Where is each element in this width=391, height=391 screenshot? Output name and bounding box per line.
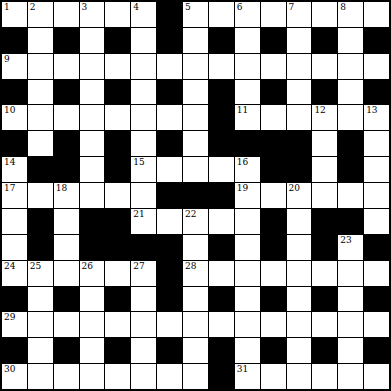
white-cell[interactable]: 8 xyxy=(338,2,363,27)
black-cell xyxy=(54,157,79,182)
white-cell[interactable] xyxy=(131,364,156,389)
black-cell xyxy=(54,338,79,363)
white-cell[interactable] xyxy=(105,105,130,130)
white-cell[interactable] xyxy=(2,209,27,234)
white-cell[interactable] xyxy=(312,183,337,208)
white-cell[interactable] xyxy=(287,235,312,260)
clue-number: 30 xyxy=(4,364,15,374)
white-cell[interactable] xyxy=(312,312,337,337)
white-cell[interactable]: 17 xyxy=(2,183,27,208)
black-cell xyxy=(312,80,337,105)
white-cell[interactable] xyxy=(54,209,79,234)
white-cell[interactable]: 21 xyxy=(131,209,156,234)
white-cell[interactable] xyxy=(131,54,156,79)
white-cell[interactable] xyxy=(235,209,260,234)
clue-number: 8 xyxy=(340,2,346,12)
white-cell[interactable] xyxy=(183,287,208,312)
white-cell[interactable] xyxy=(80,312,105,337)
white-cell[interactable]: 24 xyxy=(2,261,27,286)
clue-number: 13 xyxy=(366,105,377,115)
white-cell[interactable] xyxy=(364,364,389,389)
black-cell xyxy=(105,131,130,156)
clue-number: 29 xyxy=(4,312,15,322)
white-cell[interactable] xyxy=(131,105,156,130)
clue-number: 23 xyxy=(340,235,351,245)
crossword-board: 1234567891011121314151617181920212223242… xyxy=(0,0,391,391)
black-cell xyxy=(209,338,234,363)
white-cell[interactable] xyxy=(157,364,182,389)
white-cell[interactable] xyxy=(54,105,79,130)
black-cell xyxy=(261,209,286,234)
white-cell[interactable] xyxy=(235,235,260,260)
white-cell[interactable] xyxy=(28,312,53,337)
clue-number: 9 xyxy=(4,54,10,64)
black-cell xyxy=(338,131,363,156)
white-cell[interactable] xyxy=(80,28,105,53)
white-cell[interactable] xyxy=(364,261,389,286)
black-cell xyxy=(54,28,79,53)
white-cell[interactable] xyxy=(105,364,130,389)
white-cell[interactable] xyxy=(312,54,337,79)
black-cell xyxy=(157,338,182,363)
black-cell xyxy=(312,287,337,312)
white-cell[interactable] xyxy=(235,287,260,312)
white-cell[interactable] xyxy=(287,338,312,363)
white-cell[interactable] xyxy=(235,338,260,363)
black-cell xyxy=(209,80,234,105)
black-cell xyxy=(157,2,182,27)
white-cell[interactable] xyxy=(287,287,312,312)
black-cell xyxy=(261,235,286,260)
black-cell xyxy=(261,157,286,182)
clue-number: 3 xyxy=(82,2,88,12)
black-cell xyxy=(209,105,234,130)
black-cell xyxy=(261,338,286,363)
black-cell xyxy=(261,287,286,312)
black-cell xyxy=(28,209,53,234)
black-cell xyxy=(2,338,27,363)
black-cell xyxy=(54,287,79,312)
white-cell[interactable] xyxy=(183,157,208,182)
white-cell[interactable]: 30 xyxy=(2,364,27,389)
white-cell[interactable] xyxy=(312,157,337,182)
white-cell[interactable] xyxy=(28,54,53,79)
clue-number: 7 xyxy=(289,2,295,12)
white-cell[interactable] xyxy=(183,28,208,53)
white-cell[interactable] xyxy=(338,338,363,363)
black-cell xyxy=(364,338,389,363)
white-cell[interactable] xyxy=(261,364,286,389)
black-cell xyxy=(105,209,130,234)
white-cell[interactable] xyxy=(338,312,363,337)
white-cell[interactable] xyxy=(131,80,156,105)
white-cell[interactable] xyxy=(261,105,286,130)
white-cell[interactable] xyxy=(54,2,79,27)
white-cell[interactable] xyxy=(131,183,156,208)
black-cell xyxy=(105,338,130,363)
white-cell[interactable] xyxy=(338,183,363,208)
white-cell[interactable]: 14 xyxy=(2,157,27,182)
black-cell xyxy=(157,183,182,208)
black-cell xyxy=(157,287,182,312)
black-cell xyxy=(28,235,53,260)
white-cell[interactable] xyxy=(209,157,234,182)
white-cell[interactable] xyxy=(287,80,312,105)
clue-number: 18 xyxy=(56,183,67,193)
clue-number: 15 xyxy=(133,157,144,167)
black-cell xyxy=(261,131,286,156)
white-cell[interactable] xyxy=(28,364,53,389)
black-cell xyxy=(2,80,27,105)
white-cell[interactable] xyxy=(105,261,130,286)
white-cell[interactable]: 25 xyxy=(28,261,53,286)
black-cell xyxy=(235,131,260,156)
white-cell[interactable]: 26 xyxy=(80,261,105,286)
clue-number: 1 xyxy=(4,2,10,12)
white-cell[interactable] xyxy=(312,261,337,286)
white-cell[interactable] xyxy=(80,338,105,363)
white-cell[interactable]: 15 xyxy=(131,157,156,182)
white-cell[interactable] xyxy=(54,261,79,286)
white-cell[interactable] xyxy=(80,287,105,312)
white-cell[interactable]: 28 xyxy=(183,261,208,286)
white-cell[interactable] xyxy=(364,131,389,156)
white-cell[interactable]: 4 xyxy=(131,2,156,27)
white-cell[interactable]: 12 xyxy=(312,105,337,130)
black-cell xyxy=(209,287,234,312)
black-cell xyxy=(312,209,337,234)
white-cell[interactable] xyxy=(157,312,182,337)
black-cell xyxy=(338,157,363,182)
white-cell[interactable] xyxy=(312,2,337,27)
black-cell xyxy=(105,28,130,53)
white-cell[interactable] xyxy=(287,312,312,337)
white-cell[interactable] xyxy=(312,364,337,389)
white-cell[interactable] xyxy=(338,105,363,130)
clue-number: 26 xyxy=(82,261,93,271)
white-cell[interactable] xyxy=(105,54,130,79)
black-cell xyxy=(157,235,182,260)
white-cell[interactable] xyxy=(364,157,389,182)
white-cell[interactable] xyxy=(287,209,312,234)
black-cell xyxy=(364,28,389,53)
black-cell xyxy=(364,235,389,260)
white-cell[interactable] xyxy=(157,105,182,130)
white-cell[interactable]: 22 xyxy=(183,209,208,234)
white-cell[interactable] xyxy=(183,105,208,130)
white-cell[interactable] xyxy=(28,183,53,208)
white-cell[interactable] xyxy=(28,28,53,53)
white-cell[interactable] xyxy=(157,209,182,234)
white-cell[interactable] xyxy=(183,54,208,79)
white-cell[interactable] xyxy=(80,54,105,79)
clue-number: 19 xyxy=(237,183,248,193)
white-cell[interactable] xyxy=(287,364,312,389)
black-cell xyxy=(80,235,105,260)
black-cell xyxy=(209,183,234,208)
clue-number: 5 xyxy=(185,2,191,12)
clue-number: 10 xyxy=(4,105,15,115)
white-cell[interactable] xyxy=(209,312,234,337)
white-cell[interactable]: 5 xyxy=(183,2,208,27)
black-cell xyxy=(157,80,182,105)
clue-number: 17 xyxy=(4,183,15,193)
white-cell[interactable]: 7 xyxy=(287,2,312,27)
black-cell xyxy=(157,131,182,156)
white-cell[interactable] xyxy=(287,105,312,130)
black-cell xyxy=(364,80,389,105)
white-cell[interactable] xyxy=(364,183,389,208)
white-cell[interactable] xyxy=(364,209,389,234)
white-cell[interactable] xyxy=(235,54,260,79)
white-cell[interactable] xyxy=(183,80,208,105)
white-cell[interactable] xyxy=(131,287,156,312)
white-cell[interactable]: 16 xyxy=(235,157,260,182)
white-cell[interactable] xyxy=(364,54,389,79)
white-cell[interactable] xyxy=(209,209,234,234)
white-cell[interactable]: 9 xyxy=(2,54,27,79)
white-cell[interactable] xyxy=(209,54,234,79)
clue-number: 12 xyxy=(314,105,325,115)
white-cell[interactable] xyxy=(80,105,105,130)
white-cell[interactable] xyxy=(28,338,53,363)
white-cell[interactable] xyxy=(287,261,312,286)
white-cell[interactable] xyxy=(80,80,105,105)
white-cell[interactable] xyxy=(131,312,156,337)
white-cell[interactable] xyxy=(2,235,27,260)
white-cell[interactable] xyxy=(80,157,105,182)
black-cell xyxy=(105,80,130,105)
clue-number: 16 xyxy=(237,157,248,167)
white-cell[interactable]: 29 xyxy=(2,312,27,337)
white-cell[interactable] xyxy=(183,312,208,337)
white-cell[interactable] xyxy=(157,54,182,79)
white-cell[interactable] xyxy=(131,131,156,156)
white-cell[interactable]: 1 xyxy=(2,2,27,27)
white-cell[interactable] xyxy=(261,312,286,337)
white-cell[interactable] xyxy=(183,235,208,260)
white-cell[interactable]: 19 xyxy=(235,183,260,208)
white-cell[interactable] xyxy=(261,183,286,208)
white-cell[interactable] xyxy=(28,131,53,156)
white-cell[interactable] xyxy=(235,80,260,105)
clue-number: 20 xyxy=(289,183,300,193)
black-cell xyxy=(183,183,208,208)
black-cell xyxy=(261,80,286,105)
white-cell[interactable]: 27 xyxy=(131,261,156,286)
white-cell[interactable] xyxy=(105,2,130,27)
black-cell xyxy=(105,235,130,260)
black-cell xyxy=(209,131,234,156)
white-cell[interactable] xyxy=(209,2,234,27)
black-cell xyxy=(312,338,337,363)
white-cell[interactable] xyxy=(235,312,260,337)
white-cell[interactable] xyxy=(80,364,105,389)
white-cell[interactable] xyxy=(80,131,105,156)
white-cell[interactable] xyxy=(364,2,389,27)
white-cell[interactable] xyxy=(183,131,208,156)
white-cell[interactable]: 10 xyxy=(2,105,27,130)
white-cell[interactable] xyxy=(261,261,286,286)
black-cell xyxy=(209,28,234,53)
white-cell[interactable] xyxy=(105,312,130,337)
white-cell[interactable] xyxy=(261,54,286,79)
clue-number: 31 xyxy=(237,364,248,374)
white-cell[interactable]: 11 xyxy=(235,105,260,130)
black-cell xyxy=(105,157,130,182)
black-cell xyxy=(2,287,27,312)
white-cell[interactable] xyxy=(80,183,105,208)
white-cell[interactable] xyxy=(338,80,363,105)
black-cell xyxy=(287,157,312,182)
white-cell[interactable] xyxy=(338,54,363,79)
black-cell xyxy=(2,28,27,53)
white-cell[interactable] xyxy=(131,28,156,53)
black-cell xyxy=(28,157,53,182)
white-cell[interactable] xyxy=(338,364,363,389)
white-cell[interactable] xyxy=(54,312,79,337)
black-cell xyxy=(2,131,27,156)
clue-number: 22 xyxy=(185,209,196,219)
clue-number: 6 xyxy=(237,2,243,12)
clue-number: 14 xyxy=(4,157,15,167)
black-cell xyxy=(338,209,363,234)
white-cell[interactable] xyxy=(183,364,208,389)
white-cell[interactable] xyxy=(54,54,79,79)
white-cell[interactable]: 13 xyxy=(364,105,389,130)
white-cell[interactable] xyxy=(338,287,363,312)
white-cell[interactable] xyxy=(54,364,79,389)
white-cell[interactable] xyxy=(28,80,53,105)
white-cell[interactable] xyxy=(287,28,312,53)
clue-number: 25 xyxy=(30,261,41,271)
white-cell[interactable]: 20 xyxy=(287,183,312,208)
clue-number: 27 xyxy=(133,261,144,271)
white-cell[interactable] xyxy=(157,157,182,182)
black-cell xyxy=(209,235,234,260)
clue-number: 21 xyxy=(133,209,144,219)
white-cell[interactable] xyxy=(28,105,53,130)
white-cell[interactable] xyxy=(261,2,286,27)
white-cell[interactable]: 23 xyxy=(338,235,363,260)
white-cell[interactable] xyxy=(105,183,130,208)
white-cell[interactable]: 6 xyxy=(235,2,260,27)
white-cell[interactable] xyxy=(338,261,363,286)
white-cell[interactable]: 3 xyxy=(80,2,105,27)
white-cell[interactable] xyxy=(287,54,312,79)
black-cell xyxy=(105,287,130,312)
white-cell[interactable] xyxy=(235,261,260,286)
black-cell xyxy=(54,131,79,156)
clue-number: 2 xyxy=(30,2,36,12)
black-cell xyxy=(312,235,337,260)
black-cell xyxy=(209,364,234,389)
white-cell[interactable] xyxy=(235,28,260,53)
black-cell xyxy=(261,28,286,53)
clue-number: 28 xyxy=(185,261,196,271)
black-cell xyxy=(287,131,312,156)
white-cell[interactable] xyxy=(338,28,363,53)
clue-number: 11 xyxy=(237,105,248,115)
white-cell[interactable] xyxy=(312,131,337,156)
white-cell[interactable] xyxy=(131,338,156,363)
clue-number: 4 xyxy=(133,2,139,12)
black-cell xyxy=(157,28,182,53)
white-cell[interactable]: 2 xyxy=(28,2,53,27)
clue-number: 24 xyxy=(4,261,15,271)
white-cell[interactable] xyxy=(209,261,234,286)
white-cell[interactable]: 31 xyxy=(235,364,260,389)
white-cell[interactable] xyxy=(54,235,79,260)
white-cell[interactable] xyxy=(364,312,389,337)
black-cell xyxy=(80,209,105,234)
black-cell xyxy=(364,287,389,312)
black-cell xyxy=(157,261,182,286)
black-cell xyxy=(131,235,156,260)
white-cell[interactable] xyxy=(183,338,208,363)
white-cell[interactable] xyxy=(28,287,53,312)
black-cell xyxy=(312,28,337,53)
white-cell[interactable]: 18 xyxy=(54,183,79,208)
black-cell xyxy=(54,80,79,105)
